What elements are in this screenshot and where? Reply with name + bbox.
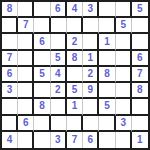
given-digit: 4 (72, 4, 78, 14)
cell-r7c6[interactable] (83, 99, 99, 115)
cell-r6c2[interactable] (18, 83, 34, 99)
cell-r7c4[interactable] (51, 99, 67, 115)
cell-r6c6[interactable]: 9 (83, 83, 99, 99)
cell-r8c2[interactable]: 6 (18, 116, 34, 132)
cell-r8c1[interactable] (2, 116, 18, 132)
cell-r3c6[interactable] (83, 34, 99, 50)
cell-r3c8[interactable] (116, 34, 132, 50)
given-digit: 2 (55, 85, 61, 95)
cell-r1c8[interactable] (116, 2, 132, 18)
cell-r1c1[interactable]: 8 (2, 2, 18, 18)
cell-r6c1[interactable]: 3 (2, 83, 18, 99)
cell-r5c7[interactable]: 8 (99, 67, 115, 83)
given-digit: 5 (72, 85, 78, 95)
cell-r2c7[interactable] (99, 18, 115, 34)
cell-r2c5[interactable] (67, 18, 83, 34)
cell-r9c9[interactable]: 1 (132, 132, 148, 148)
cell-r9c4[interactable]: 3 (51, 132, 67, 148)
cell-r7c3[interactable]: 8 (34, 99, 50, 115)
given-digit: 5 (39, 69, 45, 79)
cell-r1c6[interactable]: 3 (83, 2, 99, 18)
cell-r9c7[interactable] (99, 132, 115, 148)
cell-r7c7[interactable]: 5 (99, 99, 115, 115)
cell-r9c5[interactable]: 7 (67, 132, 83, 148)
given-digit: 5 (55, 53, 61, 63)
cell-r4c1[interactable]: 7 (2, 51, 18, 67)
cell-r4c4[interactable]: 5 (51, 51, 67, 67)
cell-r4c5[interactable]: 8 (67, 51, 83, 67)
given-digit: 5 (104, 101, 110, 111)
cell-r8c7[interactable] (99, 116, 115, 132)
given-digit: 8 (39, 101, 45, 111)
given-digit: 4 (55, 69, 61, 79)
cell-r1c2[interactable] (18, 2, 34, 18)
given-digit: 2 (87, 69, 93, 79)
cell-r8c6[interactable] (83, 116, 99, 132)
cell-r4c3[interactable] (34, 51, 50, 67)
cell-r8c9[interactable] (132, 116, 148, 132)
cell-r8c4[interactable] (51, 116, 67, 132)
cell-r6c8[interactable] (116, 83, 132, 99)
cell-r3c9[interactable] (132, 34, 148, 50)
given-digit: 6 (87, 135, 93, 145)
given-digit: 6 (23, 118, 29, 128)
given-digit: 3 (120, 118, 126, 128)
cell-r3c3[interactable]: 6 (34, 34, 50, 50)
cell-r5c6[interactable]: 2 (83, 67, 99, 83)
given-digit: 7 (137, 69, 143, 79)
cell-r3c4[interactable] (51, 34, 67, 50)
cell-r6c3[interactable] (34, 83, 50, 99)
given-digit: 7 (72, 135, 78, 145)
cell-r4c7[interactable] (99, 51, 115, 67)
cell-r1c4[interactable]: 6 (51, 2, 67, 18)
cell-r7c8[interactable] (116, 99, 132, 115)
given-digit: 1 (72, 101, 78, 111)
cell-r3c1[interactable] (2, 34, 18, 50)
cell-r6c9[interactable]: 8 (132, 83, 148, 99)
cell-r7c9[interactable] (132, 99, 148, 115)
cell-r4c9[interactable]: 6 (132, 51, 148, 67)
cell-r1c9[interactable]: 5 (132, 2, 148, 18)
cell-r3c5[interactable]: 2 (67, 34, 83, 50)
cell-r9c2[interactable] (18, 132, 34, 148)
cell-r1c5[interactable]: 4 (67, 2, 83, 18)
given-digit: 1 (104, 37, 110, 47)
cell-r8c5[interactable] (67, 116, 83, 132)
given-digit: 3 (7, 85, 13, 95)
cell-r9c3[interactable] (34, 132, 50, 148)
cell-r8c3[interactable] (34, 116, 50, 132)
cell-r5c1[interactable]: 6 (2, 67, 18, 83)
cell-r2c6[interactable] (83, 18, 99, 34)
given-digit: 6 (7, 69, 13, 79)
cell-r2c4[interactable] (51, 18, 67, 34)
cell-r6c4[interactable]: 2 (51, 83, 67, 99)
given-digit: 1 (137, 135, 143, 145)
cell-r3c2[interactable] (18, 34, 34, 50)
cell-r9c8[interactable] (116, 132, 132, 148)
cell-r8c8[interactable]: 3 (116, 116, 132, 132)
given-digit: 8 (7, 4, 13, 14)
cell-r9c6[interactable]: 6 (83, 132, 99, 148)
given-digit: 3 (87, 4, 93, 14)
cell-r5c3[interactable]: 5 (34, 67, 50, 83)
given-digit: 2 (72, 37, 78, 47)
given-digit: 8 (137, 85, 143, 95)
given-digit: 8 (104, 69, 110, 79)
cell-r5c4[interactable]: 4 (51, 67, 67, 83)
given-digit: 7 (23, 20, 29, 30)
given-digit: 1 (87, 53, 93, 63)
cell-r3c7[interactable]: 1 (99, 34, 115, 50)
cell-r9c1[interactable]: 4 (2, 132, 18, 148)
cell-r4c2[interactable] (18, 51, 34, 67)
given-digit: 9 (87, 85, 93, 95)
cell-r6c7[interactable] (99, 83, 115, 99)
cell-r6c5[interactable]: 5 (67, 83, 83, 99)
given-digit: 3 (55, 135, 61, 145)
given-digit: 6 (137, 53, 143, 63)
cell-r5c8[interactable] (116, 67, 132, 83)
cell-r4c8[interactable] (116, 51, 132, 67)
cell-r7c5[interactable]: 1 (67, 99, 83, 115)
cell-r2c1[interactable] (2, 18, 18, 34)
cell-r2c8[interactable]: 5 (116, 18, 132, 34)
cell-r7c2[interactable] (18, 99, 34, 115)
cell-r5c2[interactable] (18, 67, 34, 83)
given-digit: 6 (39, 37, 45, 47)
given-digit: 7 (7, 53, 13, 63)
cell-r5c9[interactable]: 7 (132, 67, 148, 83)
given-digit: 5 (120, 20, 126, 30)
given-digit: 4 (7, 135, 13, 145)
cell-r2c3[interactable] (34, 18, 50, 34)
cell-r7c1[interactable] (2, 99, 18, 115)
sudoku-board: 864357562175816654287325988156343761 (0, 0, 150, 150)
cell-r4c6[interactable]: 1 (83, 51, 99, 67)
cell-r1c7[interactable] (99, 2, 115, 18)
given-digit: 5 (137, 4, 143, 14)
given-digit: 8 (72, 53, 78, 63)
cell-r2c2[interactable]: 7 (18, 18, 34, 34)
cell-r5c5[interactable] (67, 67, 83, 83)
cell-r1c3[interactable] (34, 2, 50, 18)
given-digit: 6 (55, 4, 61, 14)
cell-r2c9[interactable] (132, 18, 148, 34)
